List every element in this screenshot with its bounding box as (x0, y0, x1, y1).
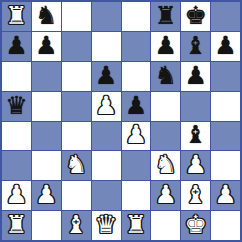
square-h6[interactable] (211, 62, 240, 91)
square-a8[interactable]: ♜ (2, 2, 31, 31)
square-d6[interactable]: ♟ (92, 62, 121, 91)
square-a7[interactable]: ♟ (2, 32, 31, 61)
square-h1[interactable] (211, 211, 240, 240)
white-rook[interactable]: ♜ (5, 212, 27, 237)
square-c5[interactable] (62, 92, 91, 121)
square-a5[interactable]: ♛ (2, 92, 31, 121)
square-c2[interactable] (62, 181, 91, 210)
square-f2[interactable]: ♟ (151, 181, 180, 210)
square-h8[interactable] (211, 2, 240, 31)
square-d7[interactable] (92, 32, 121, 61)
black-king[interactable]: ♚ (184, 3, 206, 28)
square-b3[interactable] (32, 151, 61, 180)
square-d8[interactable] (92, 2, 121, 31)
square-c1[interactable]: ♝ (62, 211, 91, 240)
square-e5[interactable]: ♟ (122, 92, 151, 121)
black-rook[interactable]: ♜ (155, 3, 177, 28)
square-e2[interactable] (122, 181, 151, 210)
square-a2[interactable]: ♟ (2, 181, 31, 210)
black-pawn[interactable]: ♟ (155, 33, 177, 58)
white-pawn[interactable]: ♟ (155, 182, 177, 207)
square-b1[interactable] (32, 211, 61, 240)
white-rook[interactable]: ♜ (125, 212, 147, 237)
black-queen[interactable]: ♛ (5, 93, 27, 118)
square-b7[interactable]: ♟ (32, 32, 61, 61)
square-d4[interactable] (92, 122, 121, 151)
black-pawn[interactable]: ♟ (125, 93, 147, 118)
square-f6[interactable]: ♞ (151, 62, 180, 91)
white-pawn[interactable]: ♟ (5, 182, 27, 207)
square-h2[interactable]: ♟ (211, 181, 240, 210)
white-bishop[interactable]: ♝ (184, 182, 206, 207)
square-g5[interactable] (181, 92, 210, 121)
square-f7[interactable]: ♟ (151, 32, 180, 61)
square-e8[interactable] (122, 2, 151, 31)
square-e1[interactable]: ♜ (122, 211, 151, 240)
white-knight[interactable]: ♞ (155, 152, 177, 177)
square-g8[interactable]: ♚ (181, 2, 210, 31)
square-g2[interactable]: ♝ (181, 181, 210, 210)
white-pawn[interactable]: ♟ (214, 182, 236, 207)
square-d2[interactable] (92, 181, 121, 210)
square-e7[interactable] (122, 32, 151, 61)
square-f8[interactable]: ♜ (151, 2, 180, 31)
white-bishop[interactable]: ♝ (65, 212, 87, 237)
square-a1[interactable]: ♜ (2, 211, 31, 240)
square-c6[interactable] (62, 62, 91, 91)
square-e6[interactable] (122, 62, 151, 91)
square-c7[interactable] (62, 32, 91, 61)
square-f1[interactable] (151, 211, 180, 240)
square-b6[interactable] (32, 62, 61, 91)
white-pawn[interactable]: ♟ (125, 122, 147, 147)
square-b4[interactable] (32, 122, 61, 151)
square-a3[interactable] (2, 151, 31, 180)
black-bishop[interactable]: ♝ (184, 122, 206, 147)
white-queen[interactable]: ♛ (95, 212, 117, 237)
black-pawn[interactable]: ♟ (184, 63, 206, 88)
square-h4[interactable] (211, 122, 240, 151)
white-rook[interactable]: ♜ (5, 3, 27, 28)
square-a6[interactable] (2, 62, 31, 91)
square-d3[interactable] (92, 151, 121, 180)
square-g4[interactable]: ♝ (181, 122, 210, 151)
white-pawn[interactable]: ♟ (95, 93, 117, 118)
square-f5[interactable] (151, 92, 180, 121)
square-d1[interactable]: ♛ (92, 211, 121, 240)
square-g6[interactable]: ♟ (181, 62, 210, 91)
square-h3[interactable] (211, 151, 240, 180)
square-g3[interactable]: ♟ (181, 151, 210, 180)
black-pawn[interactable]: ♟ (214, 33, 236, 58)
black-pawn[interactable]: ♟ (35, 33, 57, 58)
black-bishop[interactable]: ♝ (184, 33, 206, 58)
square-f3[interactable]: ♞ (151, 151, 180, 180)
square-e4[interactable]: ♟ (122, 122, 151, 151)
square-c3[interactable]: ♞ (62, 151, 91, 180)
white-knight[interactable]: ♞ (65, 152, 87, 177)
square-c4[interactable] (62, 122, 91, 151)
white-pawn[interactable]: ♟ (184, 152, 206, 177)
square-h7[interactable]: ♟ (211, 32, 240, 61)
square-b5[interactable] (32, 92, 61, 121)
square-b2[interactable]: ♟ (32, 181, 61, 210)
black-knight[interactable]: ♞ (155, 63, 177, 88)
square-c8[interactable] (62, 2, 91, 31)
square-g7[interactable]: ♝ (181, 32, 210, 61)
square-a4[interactable] (2, 122, 31, 151)
white-king[interactable]: ♚ (184, 212, 206, 237)
black-pawn[interactable]: ♟ (5, 33, 27, 58)
square-f4[interactable] (151, 122, 180, 151)
square-d5[interactable]: ♟ (92, 92, 121, 121)
black-knight[interactable]: ♞ (35, 3, 57, 28)
square-e3[interactable] (122, 151, 151, 180)
square-h5[interactable] (211, 92, 240, 121)
white-pawn[interactable]: ♟ (35, 182, 57, 207)
chess-board: ♜♞♜♚♟♟♟♝♟♟♞♟♛♟♟♟♝♞♞♟♟♟♟♝♟♜♝♛♜♚ (0, 0, 242, 242)
black-pawn[interactable]: ♟ (95, 63, 117, 88)
square-b8[interactable]: ♞ (32, 2, 61, 31)
square-g1[interactable]: ♚ (181, 211, 210, 240)
